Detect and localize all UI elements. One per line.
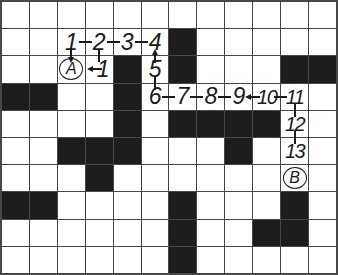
white-cell[interactable] [142,165,169,191]
white-cell[interactable] [114,192,141,218]
black-cell [169,247,196,273]
white-cell[interactable]: B [281,165,308,191]
white-cell[interactable] [30,165,57,191]
white-cell[interactable] [253,29,280,55]
white-cell[interactable] [197,56,224,82]
white-cell[interactable] [225,29,252,55]
path-step-number: 8 [204,85,217,108]
black-cell [30,192,57,218]
white-cell[interactable] [309,165,336,191]
white-cell[interactable] [30,220,57,246]
white-cell[interactable] [309,2,336,28]
dash-right-connector [274,96,287,98]
dash-below-connector [154,77,156,90]
dash-below-connector [294,104,296,117]
arrow-up-icon [152,49,158,63]
white-cell[interactable] [86,2,113,28]
white-cell[interactable] [86,192,113,218]
black-cell [309,56,336,82]
black-cell [114,138,141,164]
white-cell[interactable] [30,29,57,55]
dash-right-connector [162,96,175,98]
white-cell[interactable] [281,29,308,55]
black-cell [114,56,141,82]
white-cell[interactable] [197,220,224,246]
white-cell[interactable] [169,2,196,28]
white-cell[interactable] [30,247,57,273]
black-cell [281,220,308,246]
puzzle-grid: 1234A15678910111213B [0,0,338,275]
dash-right-connector [135,41,148,43]
white-cell[interactable] [2,247,29,273]
white-cell[interactable] [142,111,169,137]
white-cell[interactable] [114,220,141,246]
white-cell[interactable] [2,138,29,164]
end-marker-circle: B [283,167,307,189]
path-step-number: 13 [285,141,304,161]
white-cell[interactable] [2,220,29,246]
white-cell[interactable] [2,29,29,55]
path-step-number: 9 [232,85,245,108]
white-cell[interactable]: 1 [58,29,85,55]
white-cell[interactable] [142,247,169,273]
dash-below-connector [294,131,296,144]
path-step-number: 3 [121,31,134,54]
black-cell [169,192,196,218]
black-cell [114,111,141,137]
black-cell [58,138,85,164]
white-cell[interactable] [86,220,113,246]
white-cell[interactable] [30,138,57,164]
white-cell[interactable] [2,165,29,191]
black-cell [169,29,196,55]
white-cell[interactable] [309,111,336,137]
white-cell[interactable] [225,247,252,273]
white-cell[interactable] [58,192,85,218]
white-cell[interactable] [197,2,224,28]
white-cell[interactable] [309,247,336,273]
white-cell[interactable] [253,2,280,28]
dash-right-connector [79,41,92,43]
white-cell[interactable] [114,2,141,28]
white-cell[interactable] [86,111,113,137]
black-cell [169,111,196,137]
white-cell[interactable] [30,111,57,137]
white-cell[interactable] [86,247,113,273]
white-cell[interactable] [253,138,280,164]
white-cell[interactable] [58,111,85,137]
white-cell[interactable] [114,247,141,273]
white-cell[interactable] [30,56,57,82]
white-cell[interactable] [225,165,252,191]
white-cell[interactable] [142,220,169,246]
black-cell [253,111,280,137]
white-cell[interactable] [253,165,280,191]
arrow-down-icon [68,49,74,63]
white-cell[interactable] [86,84,113,110]
white-cell[interactable] [253,247,280,273]
white-cell[interactable] [281,247,308,273]
black-cell [2,192,29,218]
white-cell[interactable] [197,247,224,273]
white-cell[interactable] [225,2,252,28]
white-cell[interactable] [253,56,280,82]
white-cell[interactable] [225,192,252,218]
white-cell[interactable] [253,192,280,218]
white-cell[interactable] [309,192,336,218]
white-cell[interactable] [58,2,85,28]
white-cell[interactable] [142,138,169,164]
black-cell [30,84,57,110]
white-cell[interactable] [309,29,336,55]
black-cell [281,192,308,218]
dash-below-connector [98,49,100,62]
white-cell[interactable] [281,2,308,28]
white-cell[interactable] [30,2,57,28]
white-cell[interactable] [2,111,29,137]
white-cell[interactable] [142,192,169,218]
black-cell [253,220,280,246]
white-cell[interactable] [309,84,336,110]
white-cell[interactable] [58,84,85,110]
arrow-left-in-icon [87,66,102,72]
dash-right-connector [190,96,203,98]
white-cell[interactable] [225,220,252,246]
black-cell [281,56,308,82]
black-cell [225,138,252,164]
white-cell[interactable] [309,138,336,164]
white-cell[interactable] [114,165,141,191]
white-cell[interactable] [2,2,29,28]
black-cell [169,56,196,82]
white-cell[interactable] [309,220,336,246]
white-cell[interactable] [142,2,169,28]
marker-letter: B [289,170,300,186]
white-cell[interactable] [58,165,85,191]
black-cell [225,111,252,137]
white-cell[interactable] [58,247,85,273]
white-cell[interactable] [197,192,224,218]
dash-right-connector [218,96,231,98]
puzzle-page: 1234A15678910111213B [0,0,338,275]
black-cell [86,138,113,164]
white-cell[interactable] [58,220,85,246]
white-cell[interactable] [225,56,252,82]
marker-letter: A [66,61,77,77]
dash-right-connector [107,41,120,43]
black-cell [2,84,29,110]
white-cell[interactable] [2,56,29,82]
white-cell[interactable] [197,29,224,55]
black-cell [86,165,113,191]
white-cell[interactable]: 10 [253,84,280,110]
black-cell [114,84,141,110]
arrow-left-icon [245,94,260,100]
white-cell[interactable] [197,138,224,164]
white-cell[interactable] [169,165,196,191]
white-cell[interactable] [197,165,224,191]
black-cell [169,220,196,246]
white-cell[interactable] [169,138,196,164]
white-cell[interactable]: 5 [142,56,169,82]
black-cell [197,111,224,137]
path-step-number: 7 [177,85,190,108]
